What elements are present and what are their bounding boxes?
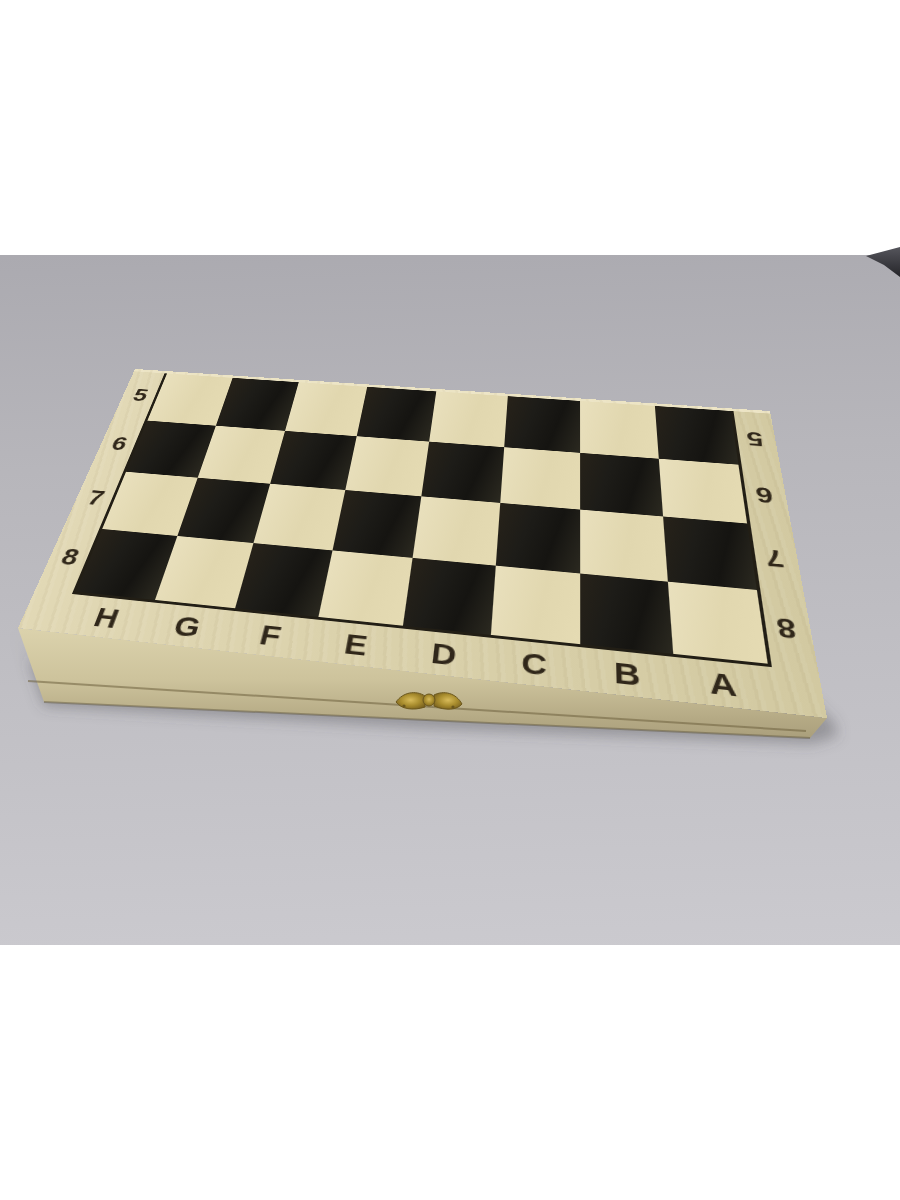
square-b7: [580, 510, 667, 582]
square-f5: [285, 382, 367, 436]
file-label-c: C: [510, 645, 558, 684]
file-label-a: A: [696, 664, 750, 705]
square-e8: [318, 550, 413, 626]
square-f8: [235, 543, 332, 617]
file-label-f: F: [245, 618, 296, 655]
square-b5: [580, 401, 658, 458]
square-d5: [429, 391, 507, 446]
square-e7: [332, 490, 421, 558]
rank-label-right-7: 7: [752, 543, 797, 572]
file-label-g: G: [161, 609, 213, 645]
square-a7: [663, 516, 757, 589]
square-b8: [580, 573, 672, 654]
square-b6: [580, 453, 662, 517]
rank-label-right-8: 8: [762, 612, 811, 645]
square-a5: [654, 406, 738, 464]
file-label-e: E: [330, 626, 380, 663]
square-f7: [254, 484, 345, 550]
square-a8: [667, 581, 767, 664]
square-c7: [495, 503, 580, 573]
file-label-b: B: [602, 654, 652, 694]
rank-label-right-6: 6: [743, 482, 786, 508]
square-e5: [356, 387, 436, 441]
square-f6: [270, 431, 356, 490]
file-label-h: H: [80, 601, 133, 636]
square-c5: [504, 396, 580, 452]
square-a6: [658, 458, 747, 523]
rank-label-right-5: 5: [735, 427, 775, 450]
background-object: [866, 247, 900, 277]
square-e6: [345, 436, 429, 496]
square-d7: [413, 496, 500, 565]
file-label-d: D: [419, 635, 469, 673]
scene: 55667788HGFEDCBA: [0, 0, 900, 1200]
square-d6: [421, 441, 503, 503]
square-c6: [500, 447, 580, 510]
square-d8: [403, 557, 495, 634]
square-c8: [490, 565, 580, 644]
